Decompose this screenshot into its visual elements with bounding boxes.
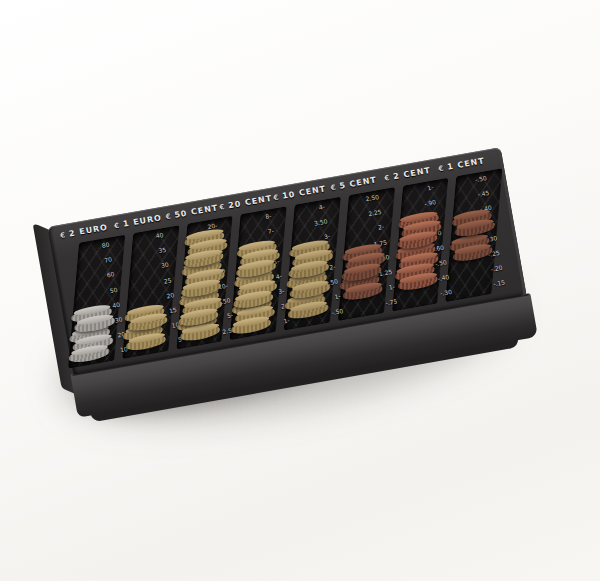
scale-tick: 2- <box>378 224 385 231</box>
scale-tick: -.40 <box>437 274 450 282</box>
scale-tick: 3.50 <box>314 218 328 226</box>
scale-tick: 20 <box>166 292 175 299</box>
channel-1-euro: 403530252015105 <box>122 225 179 359</box>
channel-2-cent: 1--.90-.80-.70-.60-.50-.40-.30 <box>392 178 449 312</box>
scale-tick: -.45 <box>477 190 490 198</box>
scale-tick: 2.25 <box>368 209 382 217</box>
channel-label-text: 2 EURO <box>68 223 108 239</box>
channel-20-cent: 8-7-6-5-4-3-2-1- <box>230 206 287 340</box>
scale-tick: 3- <box>324 233 331 240</box>
scale-tick: 30 <box>161 262 170 269</box>
scale-tick: -.90 <box>424 199 437 207</box>
scale-tick: 30 <box>115 316 124 323</box>
euro-currency-icon: € <box>273 193 280 202</box>
channel-5-cent: 2.502.252-1.751.501.251--.75 <box>338 187 395 321</box>
euro-currency-icon: € <box>384 173 391 182</box>
photo-scene: €2 EURO€1 EURO€50 CENT€20 CENT€10 CENT€5… <box>0 0 600 581</box>
euro-currency-icon: € <box>438 164 445 173</box>
scale-tick: 80 <box>101 241 110 248</box>
coin-counting-tray: €2 EURO€1 EURO€50 CENT€20 CENT€10 CENT€5… <box>47 147 526 375</box>
channel-label-text: 2 CENT <box>393 166 432 181</box>
channel-label-text: 20 CENT <box>228 194 273 211</box>
scale-tick: 60 <box>107 271 116 278</box>
channel-label-text: 1 EURO <box>122 213 162 229</box>
scale-tick: 7- <box>267 228 274 235</box>
scale-tick: -.50 <box>475 175 488 183</box>
channel-2-euro: 8070605040302010 <box>68 235 125 369</box>
channel-label-text: 5 CENT <box>339 175 378 190</box>
scale-tick: 1- <box>388 283 395 290</box>
channel-50-cent: 20-17.5015-12.5010-7.505-2.50 <box>176 216 233 350</box>
scale-tick: 4- <box>275 273 282 280</box>
scale-tick: 2.50 <box>365 194 379 202</box>
channel-label-text: 50 CENT <box>174 203 219 220</box>
scale-tick: 4- <box>319 203 326 210</box>
scale-tick: 40 <box>112 301 121 308</box>
channel-10-cent: 4-3.503-2.502-1.501--.50 <box>284 197 341 331</box>
euro-currency-icon: € <box>165 212 172 221</box>
scale-tick: 8- <box>265 213 272 220</box>
euro-currency-icon: € <box>114 221 121 230</box>
scale-tick: 1- <box>335 293 342 300</box>
channel-label-text: 1 CENT <box>447 156 486 171</box>
scale-tick: 15 <box>169 306 178 313</box>
scale-tick: 1- <box>283 317 290 324</box>
scale-tick: 70 <box>104 256 113 263</box>
euro-currency-icon: € <box>60 230 67 239</box>
euro-currency-icon: € <box>219 202 226 211</box>
scale-tick: 50 <box>109 286 118 293</box>
scale-tick: 40 <box>155 232 164 239</box>
channel-label-text: 10 CENT <box>282 184 327 201</box>
scale-tick: 1- <box>427 184 434 191</box>
scale-tick: -.20 <box>491 264 504 272</box>
euro-currency-icon: € <box>330 183 337 192</box>
channel-1-cent: -.50-.45-.40-.35-.30-.25-.20-.15 <box>445 168 502 302</box>
scale-tick: 3- <box>278 287 285 294</box>
scale-tick: -.15 <box>493 279 506 287</box>
scale-tick: 2- <box>329 263 336 270</box>
scale-tick: 25 <box>163 277 172 284</box>
scale-tick: 35 <box>158 247 167 254</box>
